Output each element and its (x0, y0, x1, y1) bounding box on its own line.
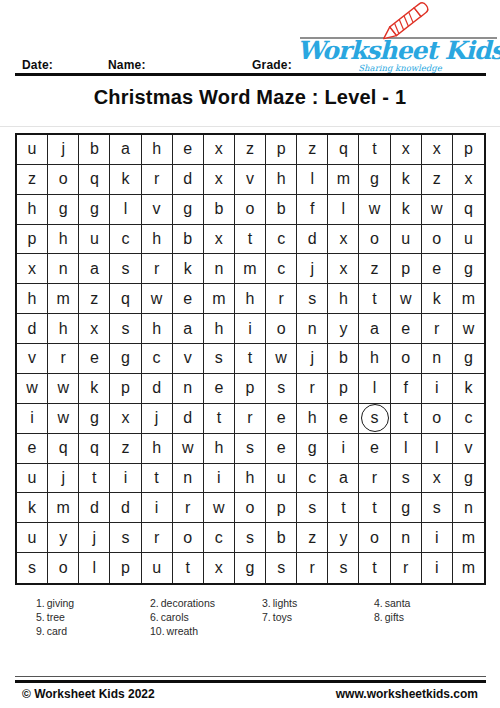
grid-cell-r8c3[interactable]: e (79, 344, 110, 374)
grid-cell-r10c5[interactable]: j (142, 404, 173, 434)
grid-letter: e (393, 316, 419, 342)
grid-cell-r3c6[interactable]: g (173, 195, 204, 225)
grid-cell-r5c5[interactable]: r (142, 254, 173, 284)
grid-cell-r15c15[interactable]: m (453, 553, 484, 583)
grid-letter: h (144, 136, 170, 162)
grid-cell-r9c6[interactable]: n (173, 374, 204, 404)
grid-cell-r11c4[interactable]: z (110, 434, 141, 464)
grid-cell-r11c10[interactable]: g (297, 434, 328, 464)
grid-letter: o (268, 316, 294, 342)
grid-letter: s (424, 495, 450, 521)
grid-cell-r3c12[interactable]: w (359, 195, 390, 225)
grid-cell-r8c8[interactable]: t (235, 344, 266, 374)
grid-cell-r10c6[interactable]: d (173, 404, 204, 434)
grid-cell-r11c12[interactable]: e (359, 434, 390, 464)
grid-cell-r12c12[interactable]: r (359, 464, 390, 494)
grid-cell-r10c12[interactable]: s (359, 404, 390, 434)
grid-cell-r12c8[interactable]: h (235, 464, 266, 494)
grid-cell-r12c7[interactable]: i (204, 464, 235, 494)
grid-cell-r5c12[interactable]: z (359, 254, 390, 284)
grid-cell-r8c6[interactable]: v (173, 344, 204, 374)
grid-letter: e (424, 256, 450, 282)
grid-cell-r10c10[interactable]: h (297, 404, 328, 434)
grid-cell-r13c6[interactable]: r (173, 493, 204, 523)
grid-letter: k (81, 375, 107, 401)
grid-cell-r13c15[interactable]: n (453, 493, 484, 523)
grid-letter: x (19, 256, 45, 282)
grid-cell-r8c5[interactable]: c (142, 344, 173, 374)
grid-letter: w (206, 495, 232, 521)
grid-cell-r11c2[interactable]: q (48, 434, 79, 464)
grid-cell-r12c11[interactable]: a (328, 464, 359, 494)
grid-cell-r14c1[interactable]: u (17, 523, 48, 553)
grid-cell-r4c3[interactable]: u (79, 225, 110, 255)
grid-cell-r2c6[interactable]: d (173, 165, 204, 195)
grid-cell-r12c5[interactable]: t (142, 464, 173, 494)
grid-letter: n (424, 345, 450, 371)
grid-cell-r8c15[interactable]: g (453, 344, 484, 374)
grid-cell-r15c4[interactable]: p (110, 553, 141, 583)
grid-cell-r4c9[interactable]: c (266, 225, 297, 255)
grid-cell-r3c2[interactable]: g (48, 195, 79, 225)
grid-cell-r1c8[interactable]: z (235, 135, 266, 165)
grid-cell-r6c8[interactable]: h (235, 284, 266, 314)
grid-cell-r13c3[interactable]: d (79, 493, 110, 523)
grid-letter: k (112, 166, 138, 192)
grid-letter: y (330, 316, 356, 342)
grid-letter: k (393, 196, 419, 222)
grid-cell-r4c6[interactable]: b (173, 225, 204, 255)
grid-cell-r1c2[interactable]: j (48, 135, 79, 165)
grid-cell-r4c14[interactable]: o (422, 225, 453, 255)
grid-letter: p (112, 375, 138, 401)
grid-cell-r9c1[interactable]: w (17, 374, 48, 404)
grid-cell-r14c3[interactable]: j (79, 523, 110, 553)
grid-cell-r15c3[interactable]: l (79, 553, 110, 583)
grid-cell-r2c12[interactable]: g (359, 165, 390, 195)
grid-cell-r15c5[interactable]: u (142, 553, 173, 583)
grid-cell-r11c8[interactable]: s (235, 434, 266, 464)
grid-cell-r4c2[interactable]: h (48, 225, 79, 255)
word-text: wreath (167, 625, 199, 637)
grid-cell-r14c8[interactable]: s (235, 523, 266, 553)
grid-letter: q (81, 166, 107, 192)
grid-cell-r3c14[interactable]: w (422, 195, 453, 225)
word-list-item-card: 9.card (36, 624, 150, 638)
grid-cell-r15c1[interactable]: s (17, 553, 48, 583)
grid-cell-r13c10[interactable]: s (297, 493, 328, 523)
grid-cell-r6c3[interactable]: z (79, 284, 110, 314)
grid-cell-r14c14[interactable]: i (422, 523, 453, 553)
grid-cell-r1c15[interactable]: p (453, 135, 484, 165)
grid-cell-r15c9[interactable]: s (266, 553, 297, 583)
grid-cell-r5c3[interactable]: a (79, 254, 110, 284)
grid-cell-r2c7[interactable]: x (204, 165, 235, 195)
grid-cell-r9c12[interactable]: l (359, 374, 390, 404)
grid-cell-r1c5[interactable]: h (142, 135, 173, 165)
grid-cell-r11c13[interactable]: l (391, 434, 422, 464)
grid-cell-r11c15[interactable]: v (453, 434, 484, 464)
grid-cell-r1c10[interactable]: z (297, 135, 328, 165)
grid-cell-r1c7[interactable]: x (204, 135, 235, 165)
grid-cell-r5c4[interactable]: s (110, 254, 141, 284)
grid-cell-r6c1[interactable]: h (17, 284, 48, 314)
grid-letter: r (362, 465, 388, 491)
grid-cell-r9c9[interactable]: s (266, 374, 297, 404)
grid-cell-r9c10[interactable]: r (297, 374, 328, 404)
word-number: 8. (374, 611, 383, 623)
grid-letter: y (330, 525, 356, 551)
grid-cell-r12c15[interactable]: g (453, 464, 484, 494)
grid-cell-r13c1[interactable]: k (17, 493, 48, 523)
grid-cell-r14c11[interactable]: y (328, 523, 359, 553)
grid-cell-r12c6[interactable]: n (173, 464, 204, 494)
grid-cell-r11c6[interactable]: w (173, 434, 204, 464)
grid-cell-r1c6[interactable]: e (173, 135, 204, 165)
grid-cell-r10c1[interactable]: i (17, 404, 48, 434)
grid-cell-r8c11[interactable]: b (328, 344, 359, 374)
grid-cell-r8c2[interactable]: r (48, 344, 79, 374)
grid-cell-r1c3[interactable]: b (79, 135, 110, 165)
grid-cell-r9c3[interactable]: k (79, 374, 110, 404)
grid-letter: x (393, 136, 419, 162)
grid-cell-r8c1[interactable]: v (17, 344, 48, 374)
grid-cell-r4c5[interactable]: h (142, 225, 173, 255)
grid-cell-r7c9[interactable]: o (266, 314, 297, 344)
grid-cell-r6c2[interactable]: m (48, 284, 79, 314)
grid-cell-r2c3[interactable]: q (79, 165, 110, 195)
grid-letter: e (206, 375, 232, 401)
grid-letter: o (237, 495, 263, 521)
grid-letter: t (362, 555, 388, 581)
grid-cell-r4c10[interactable]: d (297, 225, 328, 255)
grid-cell-r7c3[interactable]: x (79, 314, 110, 344)
word-text: gifts (385, 611, 404, 623)
grid-letter: i (424, 375, 450, 401)
grid-letter: q (50, 435, 76, 461)
grid-letter: w (50, 375, 76, 401)
grid-letter: n (393, 525, 419, 551)
grid-cell-r15c10[interactable]: r (297, 553, 328, 583)
grid-cell-r5c14[interactable]: e (422, 254, 453, 284)
grid-cell-r15c6[interactable]: t (173, 553, 204, 583)
grid-cell-r1c11[interactable]: q (328, 135, 359, 165)
grid-cell-r1c14[interactable]: x (422, 135, 453, 165)
grid-cell-r14c5[interactable]: r (142, 523, 173, 553)
grid-cell-r13c8[interactable]: o (235, 493, 266, 523)
grid-cell-r14c2[interactable]: y (48, 523, 79, 553)
grid-cell-r2c8[interactable]: v (235, 165, 266, 195)
grid-cell-r8c4[interactable]: g (110, 344, 141, 374)
grid-cell-r1c9[interactable]: p (266, 135, 297, 165)
grid-cell-r10c14[interactable]: o (422, 404, 453, 434)
grid-cell-r2c14[interactable]: z (422, 165, 453, 195)
grid-letter: h (299, 405, 325, 431)
grid-letter: g (81, 405, 107, 431)
grid-cell-r2c15[interactable]: x (453, 165, 484, 195)
word-list-item-decorations: 2.decorations (150, 596, 262, 610)
grid-cell-r10c15[interactable]: c (453, 404, 484, 434)
grid-cell-r13c5[interactable]: i (142, 493, 173, 523)
grid-letter: s (268, 375, 294, 401)
grid-cell-r4c4[interactable]: c (110, 225, 141, 255)
grid-cell-r15c11[interactable]: s (328, 553, 359, 583)
grid-letter: r (144, 166, 170, 192)
grid-cell-r14c9[interactable]: b (266, 523, 297, 553)
grid-cell-r9c2[interactable]: w (48, 374, 79, 404)
grid-cell-r3c10[interactable]: f (297, 195, 328, 225)
grid-cell-r4c15[interactable]: u (453, 225, 484, 255)
grid-cell-r8c9[interactable]: w (266, 344, 297, 374)
grid-cell-r11c11[interactable]: i (328, 434, 359, 464)
grid-letter: c (268, 226, 294, 252)
grid-letter: i (424, 555, 450, 581)
grid-cell-r6c4[interactable]: q (110, 284, 141, 314)
grid-cell-r3c4[interactable]: l (110, 195, 141, 225)
grid-cell-r7c14[interactable]: r (422, 314, 453, 344)
grid-letter: w (268, 345, 294, 371)
grid-letter: k (19, 495, 45, 521)
grid-cell-r7c5[interactable]: h (142, 314, 173, 344)
grid-cell-r7c13[interactable]: e (391, 314, 422, 344)
grid-cell-r6c6[interactable]: e (173, 284, 204, 314)
grid-cell-r12c1[interactable]: u (17, 464, 48, 494)
grid-cell-r5c15[interactable]: g (453, 254, 484, 284)
grid-cell-r7c1[interactable]: d (17, 314, 48, 344)
grid-cell-r6c15[interactable]: m (453, 284, 484, 314)
website-link[interactable]: www.worksheetkids.com (336, 687, 478, 701)
grid-cell-r7c6[interactable]: a (173, 314, 204, 344)
grid-cell-r3c15[interactable]: q (453, 195, 484, 225)
grid-cell-r3c13[interactable]: k (391, 195, 422, 225)
grid-cell-r11c14[interactable]: l (422, 434, 453, 464)
grid-cell-r5c10[interactable]: j (297, 254, 328, 284)
grid-letter: z (237, 136, 263, 162)
grid-cell-r5c7[interactable]: n (204, 254, 235, 284)
word-number: 7. (262, 611, 271, 623)
grid-cell-r5c6[interactable]: k (173, 254, 204, 284)
grid-cell-r3c5[interactable]: v (142, 195, 173, 225)
grid-letter: g (362, 166, 388, 192)
grid-cell-r14c15[interactable]: m (453, 523, 484, 553)
grid-letter: t (362, 495, 388, 521)
grid-letter: j (299, 256, 325, 282)
grid-cell-r2c1[interactable]: z (17, 165, 48, 195)
grid-letter: h (268, 166, 294, 192)
grid-cell-r15c14[interactable]: i (422, 553, 453, 583)
grid-letter: t (81, 465, 107, 491)
grid-letter: l (393, 435, 419, 461)
grid-cell-r9c11[interactable]: p (328, 374, 359, 404)
grid-letter: s (112, 525, 138, 551)
grid-cell-r10c2[interactable]: w (48, 404, 79, 434)
grid-cell-r11c1[interactable]: e (17, 434, 48, 464)
grid-cell-r8c12[interactable]: h (359, 344, 390, 374)
grid-cell-r11c9[interactable]: e (266, 434, 297, 464)
grid-letter: h (237, 286, 263, 312)
grid-cell-r9c5[interactable]: d (142, 374, 173, 404)
grid-cell-r4c11[interactable]: x (328, 225, 359, 255)
grid-cell-r7c7[interactable]: h (204, 314, 235, 344)
grid-cell-r15c8[interactable]: g (235, 553, 266, 583)
grid-letter: p (393, 256, 419, 282)
grid-cell-r2c2[interactable]: o (48, 165, 79, 195)
grid-letter: k (455, 375, 481, 401)
grid-cell-r7c15[interactable]: w (453, 314, 484, 344)
grid-cell-r10c4[interactable]: x (110, 404, 141, 434)
grid-cell-r13c11[interactable]: t (328, 493, 359, 523)
grid-letter: j (50, 136, 76, 162)
grid-letter: s (393, 465, 419, 491)
grid-letter: j (144, 405, 170, 431)
grid-cell-r10c3[interactable]: g (79, 404, 110, 434)
grid-cell-r15c2[interactable]: o (48, 553, 79, 583)
grid-cell-r3c1[interactable]: h (17, 195, 48, 225)
grid-letter: s (112, 256, 138, 282)
grid-cell-r12c2[interactable]: j (48, 464, 79, 494)
grid-cell-r3c8[interactable]: o (235, 195, 266, 225)
grid-cell-r13c2[interactable]: m (48, 493, 79, 523)
grid-letter: w (144, 286, 170, 312)
grid-cell-r5c9[interactable]: c (266, 254, 297, 284)
grid-cell-r9c7[interactable]: e (204, 374, 235, 404)
grid-cell-r13c7[interactable]: w (204, 493, 235, 523)
grid-cell-r15c13[interactable]: r (391, 553, 422, 583)
grid-letter: e (268, 435, 294, 461)
grid-cell-r12c4[interactable]: i (110, 464, 141, 494)
grid-cell-r4c8[interactable]: t (235, 225, 266, 255)
grid-cell-r7c2[interactable]: h (48, 314, 79, 344)
grid-cell-r13c12[interactable]: t (359, 493, 390, 523)
grid-cell-r11c7[interactable]: h (204, 434, 235, 464)
grid-cell-r14c7[interactable]: c (204, 523, 235, 553)
grid-cell-r3c9[interactable]: b (266, 195, 297, 225)
grid-cell-r1c1[interactable]: u (17, 135, 48, 165)
grid-cell-r9c15[interactable]: k (453, 374, 484, 404)
grid-cell-r3c11[interactable]: l (328, 195, 359, 225)
grid-cell-r13c13[interactable]: g (391, 493, 422, 523)
grid-cell-r13c14[interactable]: s (422, 493, 453, 523)
grid-letter: t (362, 286, 388, 312)
grid-letter: d (175, 405, 201, 431)
grid-cell-r15c7[interactable]: x (204, 553, 235, 583)
grid-cell-r6c14[interactable]: k (422, 284, 453, 314)
grid-cell-r4c7[interactable]: x (204, 225, 235, 255)
grid-cell-r10c11[interactable]: e (328, 404, 359, 434)
grid-letter: e (175, 286, 201, 312)
grid-cell-r2c5[interactable]: r (142, 165, 173, 195)
grid-cell-r15c12[interactable]: t (359, 553, 390, 583)
grid-cell-r9c4[interactable]: p (110, 374, 141, 404)
grid-cell-r12c14[interactable]: x (422, 464, 453, 494)
grid-letter: w (50, 405, 76, 431)
grid-cell-r11c5[interactable]: h (142, 434, 173, 464)
grid-cell-r6c5[interactable]: w (142, 284, 173, 314)
grid-cell-r14c4[interactable]: s (110, 523, 141, 553)
grid-letter: d (299, 226, 325, 252)
grid-letter: u (19, 136, 45, 162)
grid-cell-r9c13[interactable]: f (391, 374, 422, 404)
grid-cell-r5c11[interactable]: x (328, 254, 359, 284)
header-fill-line[interactable] (15, 73, 486, 76)
grid-cell-r7c4[interactable]: s (110, 314, 141, 344)
grid-cell-r9c14[interactable]: i (422, 374, 453, 404)
grid-letter: r (237, 405, 263, 431)
grid-letter: z (362, 256, 388, 282)
grid-cell-r7c8[interactable]: i (235, 314, 266, 344)
grid-cell-r7c12[interactable]: a (359, 314, 390, 344)
grid-cell-r14c10[interactable]: z (297, 523, 328, 553)
grid-cell-r1c4[interactable]: a (110, 135, 141, 165)
grid-letter: e (81, 345, 107, 371)
grid-cell-r6c10[interactable]: s (297, 284, 328, 314)
grid-cell-r10c13[interactable]: t (391, 404, 422, 434)
grid-cell-r14c6[interactable]: o (173, 523, 204, 553)
grid-cell-r11c3[interactable]: q (79, 434, 110, 464)
grid-cell-r12c9[interactable]: u (266, 464, 297, 494)
grid-cell-r12c3[interactable]: t (79, 464, 110, 494)
grid-cell-r1c12[interactable]: t (359, 135, 390, 165)
grid-cell-r4c1[interactable]: p (17, 225, 48, 255)
grid-cell-r2c10[interactable]: l (297, 165, 328, 195)
grid-cell-r4c12[interactable]: o (359, 225, 390, 255)
grid-cell-r6c12[interactable]: t (359, 284, 390, 314)
grid-cell-r7c10[interactable]: n (297, 314, 328, 344)
grid-cell-r10c8[interactable]: r (235, 404, 266, 434)
grid-cell-r6c7[interactable]: m (204, 284, 235, 314)
grid-cell-r6c11[interactable]: h (328, 284, 359, 314)
grid-cell-r8c10[interactable]: j (297, 344, 328, 374)
grid-cell-r14c12[interactable]: o (359, 523, 390, 553)
grid-cell-r4c13[interactable]: u (391, 225, 422, 255)
grid-cell-r2c13[interactable]: k (391, 165, 422, 195)
grid-cell-r7c11[interactable]: y (328, 314, 359, 344)
grid-cell-r8c7[interactable]: s (204, 344, 235, 374)
grid-cell-r5c2[interactable]: n (48, 254, 79, 284)
word-number: 10. (150, 625, 165, 637)
grid-cell-r2c4[interactable]: k (110, 165, 141, 195)
grid-cell-r13c9[interactable]: p (266, 493, 297, 523)
grid-cell-r5c8[interactable]: m (235, 254, 266, 284)
grid-cell-r8c13[interactable]: o (391, 344, 422, 374)
grid-cell-r12c13[interactable]: s (391, 464, 422, 494)
grid-letter: h (206, 435, 232, 461)
grid-cell-r1c13[interactable]: x (391, 135, 422, 165)
grid-cell-r3c3[interactable]: g (79, 195, 110, 225)
grid-cell-r14c13[interactable]: n (391, 523, 422, 553)
grid-cell-r6c13[interactable]: w (391, 284, 422, 314)
grid-cell-r12c10[interactable]: c (297, 464, 328, 494)
grid-cell-r10c9[interactable]: e (266, 404, 297, 434)
grid-cell-r8c14[interactable]: n (422, 344, 453, 374)
grid-cell-r6c9[interactable]: r (266, 284, 297, 314)
grid-cell-r10c7[interactable]: t (204, 404, 235, 434)
grid-cell-r5c13[interactable]: p (391, 254, 422, 284)
grid-cell-r3c7[interactable]: b (204, 195, 235, 225)
grid-cell-r9c8[interactable]: p (235, 374, 266, 404)
grid-letter: c (144, 345, 170, 371)
grid-letter: k (393, 166, 419, 192)
grid-letter: q (455, 196, 481, 222)
grid-letter: o (237, 196, 263, 222)
grid-cell-r13c4[interactable]: d (110, 493, 141, 523)
grid-letter: z (299, 136, 325, 162)
grid-cell-r2c11[interactable]: m (328, 165, 359, 195)
grid-cell-r5c1[interactable]: x (17, 254, 48, 284)
grid-cell-r2c9[interactable]: h (266, 165, 297, 195)
date-label: Date: (22, 58, 53, 72)
grid-letter: e (268, 405, 294, 431)
